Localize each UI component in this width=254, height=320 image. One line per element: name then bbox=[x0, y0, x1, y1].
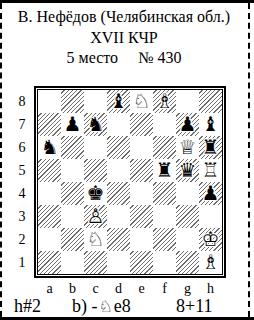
square-b7: ♟ bbox=[61, 113, 84, 136]
file-label-d: d bbox=[107, 281, 130, 297]
square-a5 bbox=[38, 159, 61, 182]
square-a4 bbox=[38, 182, 61, 205]
square-d5 bbox=[107, 159, 130, 182]
square-g1 bbox=[176, 251, 199, 274]
square-e2 bbox=[130, 228, 153, 251]
square-g6: ♕ bbox=[176, 136, 199, 159]
square-a6: ♞ bbox=[38, 136, 61, 159]
white-bishop: ♗ bbox=[153, 90, 176, 113]
square-e5 bbox=[130, 159, 153, 182]
twin-prefix: b) - bbox=[72, 296, 98, 316]
square-d1 bbox=[107, 251, 130, 274]
square-f6 bbox=[153, 136, 176, 159]
square-d4 bbox=[107, 182, 130, 205]
file-label-g: g bbox=[176, 281, 199, 297]
square-f3 bbox=[153, 205, 176, 228]
square-b4 bbox=[61, 182, 84, 205]
black-rook: ♜ bbox=[199, 136, 222, 159]
rank-label-2: 2 bbox=[14, 228, 30, 251]
square-h8 bbox=[199, 90, 222, 113]
square-a2 bbox=[38, 228, 61, 251]
problem-number: № 430 bbox=[138, 49, 181, 67]
white-rook: ♖ bbox=[199, 159, 222, 182]
square-b8 bbox=[61, 90, 84, 113]
square-c5 bbox=[84, 159, 107, 182]
square-e7 bbox=[130, 113, 153, 136]
square-d7 bbox=[107, 113, 130, 136]
square-g3 bbox=[176, 205, 199, 228]
material-count: 8+11 bbox=[176, 296, 212, 317]
square-c8 bbox=[84, 90, 107, 113]
stipulation: h#2 bbox=[14, 296, 41, 317]
square-c3: ♙ bbox=[84, 205, 107, 228]
square-f2 bbox=[153, 228, 176, 251]
black-bishop: ♝ bbox=[107, 90, 130, 113]
square-h5: ♖ bbox=[199, 159, 222, 182]
square-a8 bbox=[38, 90, 61, 113]
rank-label-4: 4 bbox=[14, 182, 30, 205]
square-b3 bbox=[61, 205, 84, 228]
square-g4 bbox=[176, 182, 199, 205]
square-g5: ♛ bbox=[176, 159, 199, 182]
square-f1 bbox=[153, 251, 176, 274]
square-d8: ♝ bbox=[107, 90, 130, 113]
rank-labels: 87654321 bbox=[14, 90, 30, 274]
black-pawn: ♟ bbox=[61, 113, 84, 136]
square-h2: ♔ bbox=[199, 228, 222, 251]
black-pawn: ♟ bbox=[199, 182, 222, 205]
square-a1 bbox=[38, 251, 61, 274]
square-e3 bbox=[130, 205, 153, 228]
square-d6 bbox=[107, 136, 130, 159]
square-h1: ♗ bbox=[199, 251, 222, 274]
white-bishop: ♗ bbox=[199, 251, 222, 274]
event-line: XVII КЧР bbox=[0, 29, 248, 47]
square-h7: ♝ bbox=[199, 113, 222, 136]
author-line: В. Нефёдов (Челябинская обл.) bbox=[0, 8, 248, 26]
black-knight: ♞ bbox=[84, 113, 107, 136]
square-c4: ♚ bbox=[84, 182, 107, 205]
white-king: ♔ bbox=[199, 228, 222, 251]
file-label-c: c bbox=[84, 281, 107, 297]
square-e6 bbox=[130, 136, 153, 159]
square-g2 bbox=[176, 228, 199, 251]
twin-square: e8 bbox=[114, 296, 131, 316]
rank-label-7: 7 bbox=[14, 113, 30, 136]
square-e8: ♘ bbox=[130, 90, 153, 113]
place-text: 5 место bbox=[67, 49, 119, 67]
file-label-b: b bbox=[61, 281, 84, 297]
square-d2 bbox=[107, 228, 130, 251]
file-label-h: h bbox=[199, 281, 222, 297]
black-bishop: ♝ bbox=[199, 113, 222, 136]
black-pawn: ♟ bbox=[176, 113, 199, 136]
white-knight: ♘ bbox=[84, 228, 107, 251]
right-cut-line bbox=[248, 3, 250, 317]
black-queen: ♛ bbox=[176, 159, 199, 182]
board-frame: ♝♘♗♟♞♟♝♞♕♜♜♛♖♚♟♙♘♔♗ bbox=[34, 86, 226, 278]
square-f4 bbox=[153, 182, 176, 205]
white-queen: ♕ bbox=[176, 136, 199, 159]
black-king: ♚ bbox=[84, 182, 107, 205]
square-h4: ♟ bbox=[199, 182, 222, 205]
square-f7 bbox=[153, 113, 176, 136]
rank-label-3: 3 bbox=[14, 205, 30, 228]
square-a3 bbox=[38, 205, 61, 228]
file-labels: abcdefgh bbox=[38, 281, 222, 297]
place-number-line: 5 место № 430 bbox=[0, 49, 248, 67]
square-c2: ♘ bbox=[84, 228, 107, 251]
square-d3 bbox=[107, 205, 130, 228]
square-g7: ♟ bbox=[176, 113, 199, 136]
file-label-e: e bbox=[130, 281, 153, 297]
twin-condition: b) -♘e8 bbox=[72, 296, 131, 317]
square-c7: ♞ bbox=[84, 113, 107, 136]
square-e4 bbox=[130, 182, 153, 205]
file-label-a: a bbox=[38, 281, 61, 297]
white-knight: ♘ bbox=[130, 90, 153, 113]
file-label-f: f bbox=[153, 281, 176, 297]
square-b6 bbox=[61, 136, 84, 159]
black-rook: ♜ bbox=[153, 159, 176, 182]
square-e1 bbox=[130, 251, 153, 274]
white-knight-icon: ♘ bbox=[98, 297, 114, 316]
square-g8 bbox=[176, 90, 199, 113]
rank-label-5: 5 bbox=[14, 159, 30, 182]
square-b2 bbox=[61, 228, 84, 251]
board: ♝♘♗♟♞♟♝♞♕♜♜♛♖♚♟♙♘♔♗ bbox=[37, 89, 223, 275]
black-knight: ♞ bbox=[38, 136, 61, 159]
square-f8: ♗ bbox=[153, 90, 176, 113]
square-a7 bbox=[38, 113, 61, 136]
rank-label-1: 1 bbox=[14, 251, 30, 274]
square-b5 bbox=[61, 159, 84, 182]
problem-diagram-card: В. Нефёдов (Челябинская обл.) XVII КЧР 5… bbox=[0, 0, 254, 320]
square-c6 bbox=[84, 136, 107, 159]
white-pawn: ♙ bbox=[84, 205, 107, 228]
rank-label-8: 8 bbox=[14, 90, 30, 113]
rank-label-6: 6 bbox=[14, 136, 30, 159]
square-f5: ♜ bbox=[153, 159, 176, 182]
square-b1 bbox=[61, 251, 84, 274]
square-c1 bbox=[84, 251, 107, 274]
square-h3 bbox=[199, 205, 222, 228]
square-h6: ♜ bbox=[199, 136, 222, 159]
